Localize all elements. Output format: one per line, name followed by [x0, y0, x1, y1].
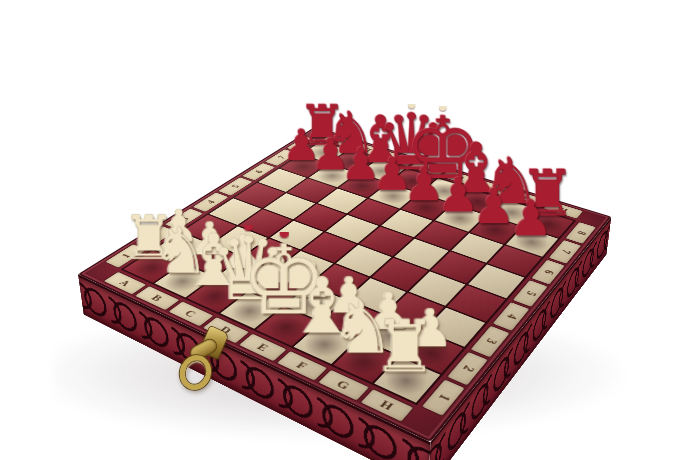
board-frame: ♜♞♝♛♚♝♞♜♟♟♟♟♟♟♟♟♟♟♟♟♟♟♟♟♜♞♝♛♚♝♞♜ ABCDEFG… — [78, 127, 612, 442]
clasp — [178, 327, 244, 391]
clasp-ring-icon — [175, 351, 215, 394]
square-h7[interactable]: ♟ — [506, 227, 558, 256]
piece-white-rook[interactable]: ♜ — [373, 310, 437, 382]
product-photo-stage: ♜♞♝♛♚♝♞♜♟♟♟♟♟♟♟♟♟♟♟♟♟♟♟♟♜♞♝♛♚♝♞♜ ABCDEFG… — [0, 0, 700, 460]
cream-tip-icon — [440, 104, 447, 111]
chess-board: ♜♞♝♛♚♝♞♜♟♟♟♟♟♟♟♟♟♟♟♟♟♟♟♟♜♞♝♛♚♝♞♜ ABCDEFG… — [78, 127, 612, 442]
piece-red-pawn[interactable]: ♟ — [509, 194, 553, 243]
red-tip-icon — [280, 228, 289, 237]
scene-3d: ♜♞♝♛♚♝♞♜♟♟♟♟♟♟♟♟♟♟♟♟♟♟♟♟♜♞♝♛♚♝♞♜ ABCDEFG… — [0, 0, 700, 460]
